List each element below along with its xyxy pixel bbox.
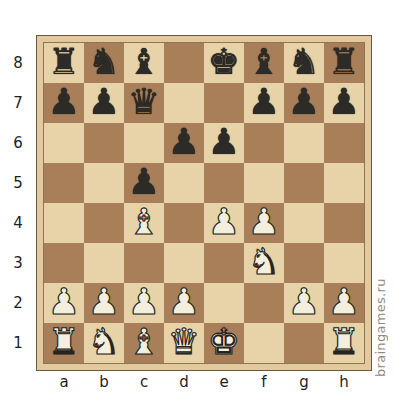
square-b3[interactable]	[84, 243, 124, 283]
square-c4[interactable]: ♝	[124, 203, 164, 243]
square-h7[interactable]: ♟	[324, 83, 364, 123]
square-c3[interactable]	[124, 243, 164, 283]
white-pawn: ♟	[88, 283, 120, 322]
black-pawn: ♟	[48, 83, 80, 122]
square-g8[interactable]: ♞	[284, 43, 324, 83]
square-c8[interactable]: ♝	[124, 43, 164, 83]
chess-diagram: 87654321 ♜♞♝♚♝♞♜♟♟♛♟♟♟♟♟♟♝♟♟♞♟♟♟♟♟♟♜♞♝♛♚…	[0, 0, 408, 408]
white-bishop: ♝	[128, 203, 160, 242]
white-pawn: ♟	[208, 203, 240, 242]
square-e1[interactable]: ♚	[204, 323, 244, 363]
square-c6[interactable]	[124, 123, 164, 163]
black-pawn: ♟	[288, 83, 320, 122]
black-pawn: ♟	[168, 123, 200, 162]
square-g3[interactable]	[284, 243, 324, 283]
white-knight: ♞	[88, 323, 120, 362]
black-queen: ♛	[128, 83, 160, 122]
watermark-text: braingames.ru	[373, 281, 389, 377]
square-f3[interactable]: ♞	[244, 243, 284, 283]
white-pawn: ♟	[48, 283, 80, 322]
square-e7[interactable]	[204, 83, 244, 123]
file-label-a: a	[44, 369, 84, 395]
square-h3[interactable]	[324, 243, 364, 283]
square-a6[interactable]	[44, 123, 84, 163]
rank-label-4: 4	[6, 203, 30, 243]
square-f1[interactable]	[244, 323, 284, 363]
square-d1[interactable]: ♛	[164, 323, 204, 363]
white-bishop: ♝	[128, 323, 160, 362]
square-e4[interactable]: ♟	[204, 203, 244, 243]
square-h2[interactable]: ♟	[324, 283, 364, 323]
black-bishop: ♝	[248, 43, 280, 82]
square-b6[interactable]	[84, 123, 124, 163]
square-c7[interactable]: ♛	[124, 83, 164, 123]
black-knight: ♞	[88, 43, 120, 82]
square-b8[interactable]: ♞	[84, 43, 124, 83]
square-a4[interactable]	[44, 203, 84, 243]
board-frame: ♜♞♝♚♝♞♜♟♟♛♟♟♟♟♟♟♝♟♟♞♟♟♟♟♟♟♜♞♝♛♚♜	[36, 35, 372, 371]
square-h4[interactable]	[324, 203, 364, 243]
white-pawn: ♟	[288, 283, 320, 322]
rank-labels: 87654321	[6, 43, 30, 363]
black-pawn: ♟	[328, 83, 360, 122]
file-label-f: f	[244, 369, 284, 395]
square-a1[interactable]: ♜	[44, 323, 84, 363]
file-label-d: d	[164, 369, 204, 395]
white-pawn: ♟	[328, 283, 360, 322]
square-h1[interactable]: ♜	[324, 323, 364, 363]
white-rook: ♜	[48, 323, 80, 362]
square-e5[interactable]	[204, 163, 244, 203]
square-e3[interactable]	[204, 243, 244, 283]
square-g6[interactable]	[284, 123, 324, 163]
white-knight: ♞	[248, 243, 280, 282]
square-b7[interactable]: ♟	[84, 83, 124, 123]
rank-label-8: 8	[6, 43, 30, 83]
white-rook: ♜	[328, 323, 360, 362]
square-f5[interactable]	[244, 163, 284, 203]
square-a5[interactable]	[44, 163, 84, 203]
black-knight: ♞	[288, 43, 320, 82]
white-queen: ♛	[168, 323, 200, 362]
square-d5[interactable]	[164, 163, 204, 203]
square-d3[interactable]	[164, 243, 204, 283]
square-f6[interactable]	[244, 123, 284, 163]
rank-label-3: 3	[6, 243, 30, 283]
black-bishop: ♝	[128, 43, 160, 82]
square-a2[interactable]: ♟	[44, 283, 84, 323]
black-pawn: ♟	[208, 123, 240, 162]
file-label-g: g	[284, 369, 324, 395]
square-d7[interactable]	[164, 83, 204, 123]
square-h5[interactable]	[324, 163, 364, 203]
square-e2[interactable]	[204, 283, 244, 323]
rank-label-2: 2	[6, 283, 30, 323]
square-b1[interactable]: ♞	[84, 323, 124, 363]
black-king: ♚	[208, 43, 240, 82]
black-pawn: ♟	[248, 83, 280, 122]
square-g1[interactable]	[284, 323, 324, 363]
square-a8[interactable]: ♜	[44, 43, 84, 83]
square-g4[interactable]	[284, 203, 324, 243]
square-h6[interactable]	[324, 123, 364, 163]
rank-label-7: 7	[6, 83, 30, 123]
square-d2[interactable]: ♟	[164, 283, 204, 323]
black-rook: ♜	[328, 43, 360, 82]
square-c5[interactable]: ♟	[124, 163, 164, 203]
white-pawn: ♟	[168, 283, 200, 322]
rank-label-5: 5	[6, 163, 30, 203]
black-rook: ♜	[48, 43, 80, 82]
square-d4[interactable]	[164, 203, 204, 243]
square-c2[interactable]: ♟	[124, 283, 164, 323]
square-f7[interactable]: ♟	[244, 83, 284, 123]
rank-label-6: 6	[6, 123, 30, 163]
square-d8[interactable]	[164, 43, 204, 83]
black-pawn: ♟	[88, 83, 120, 122]
square-f2[interactable]	[244, 283, 284, 323]
white-pawn: ♟	[248, 203, 280, 242]
file-label-c: c	[124, 369, 164, 395]
square-b4[interactable]	[84, 203, 124, 243]
square-b2[interactable]: ♟	[84, 283, 124, 323]
file-labels: abcdefgh	[44, 369, 364, 395]
square-a3[interactable]	[44, 243, 84, 283]
file-label-h: h	[324, 369, 364, 395]
black-pawn: ♟	[128, 163, 160, 202]
square-a7[interactable]: ♟	[44, 83, 84, 123]
square-d6[interactable]: ♟	[164, 123, 204, 163]
square-b5[interactable]	[84, 163, 124, 203]
square-e8[interactable]: ♚	[204, 43, 244, 83]
square-h8[interactable]: ♜	[324, 43, 364, 83]
file-label-e: e	[204, 369, 244, 395]
square-g2[interactable]: ♟	[284, 283, 324, 323]
square-e6[interactable]: ♟	[204, 123, 244, 163]
square-f8[interactable]: ♝	[244, 43, 284, 83]
file-label-b: b	[84, 369, 124, 395]
white-pawn: ♟	[128, 283, 160, 322]
square-c1[interactable]: ♝	[124, 323, 164, 363]
square-f4[interactable]: ♟	[244, 203, 284, 243]
square-g7[interactable]: ♟	[284, 83, 324, 123]
chess-board: ♜♞♝♚♝♞♜♟♟♛♟♟♟♟♟♟♝♟♟♞♟♟♟♟♟♟♜♞♝♛♚♜	[43, 42, 365, 364]
white-king: ♚	[208, 323, 240, 362]
square-g5[interactable]	[284, 163, 324, 203]
rank-label-1: 1	[6, 323, 30, 363]
